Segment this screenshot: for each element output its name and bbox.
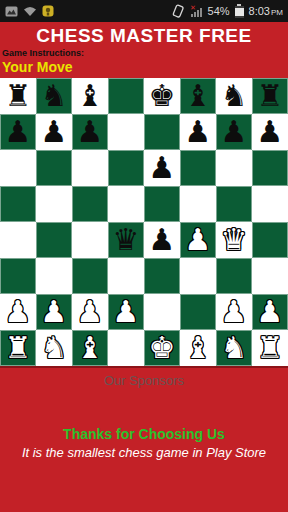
square-e3[interactable] (144, 258, 180, 294)
white-pawn: ♟ (185, 222, 212, 258)
app-header: CHESS MASTER FREE Game Instructions: You… (0, 22, 288, 78)
black-rook: ♜ (5, 78, 32, 114)
square-a8[interactable]: ♜ (0, 78, 36, 114)
square-a6[interactable] (0, 150, 36, 186)
wifi-icon (23, 6, 37, 17)
square-d4[interactable]: ♛ (108, 222, 144, 258)
square-h1[interactable]: ♜ (252, 330, 288, 366)
square-e2[interactable] (144, 294, 180, 330)
square-b8[interactable]: ♞ (36, 78, 72, 114)
square-b7[interactable]: ♟ (36, 114, 72, 150)
white-pawn: ♟ (113, 294, 140, 330)
footer: Our Sponsors Thanks for Choosing Us It i… (0, 366, 288, 512)
square-d1[interactable] (108, 330, 144, 366)
square-d8[interactable] (108, 78, 144, 114)
square-h3[interactable] (252, 258, 288, 294)
black-pawn: ♟ (257, 114, 284, 150)
gallery-icon (5, 6, 18, 17)
black-pawn: ♟ (149, 150, 176, 186)
yellow-app-icon (42, 5, 54, 17)
square-h4[interactable] (252, 222, 288, 258)
white-rook: ♜ (5, 330, 32, 366)
black-king: ♚ (149, 78, 176, 114)
square-d5[interactable] (108, 186, 144, 222)
square-c8[interactable]: ♝ (72, 78, 108, 114)
square-a5[interactable] (0, 186, 36, 222)
square-g2[interactable]: ♟ (216, 294, 252, 330)
black-pawn: ♟ (41, 114, 68, 150)
white-king: ♚ (149, 330, 176, 366)
status-bar: ✕ 54% 8:03PM (0, 0, 288, 22)
battery-icon (235, 4, 244, 18)
square-c6[interactable] (72, 150, 108, 186)
square-e8[interactable]: ♚ (144, 78, 180, 114)
rotate-phone-icon (170, 4, 185, 19)
square-f1[interactable]: ♝ (180, 330, 216, 366)
app-title: CHESS MASTER FREE (0, 25, 288, 47)
signal-no-service-icon: ✕ (190, 4, 203, 18)
black-pawn: ♟ (149, 222, 176, 258)
white-knight: ♞ (221, 330, 248, 366)
chess-board: ♜♞♝♚♝♞♜♟♟♟♟♟♟♟♛♟♟♛♟♟♟♟♟♟♜♞♝♚♝♞♜ (0, 78, 288, 366)
tagline-message: It is the smallest chess game in Play St… (22, 445, 266, 460)
square-c7[interactable]: ♟ (72, 114, 108, 150)
svg-text:✕: ✕ (190, 4, 196, 12)
square-d2[interactable]: ♟ (108, 294, 144, 330)
black-pawn: ♟ (77, 114, 104, 150)
black-pawn: ♟ (185, 114, 212, 150)
square-a4[interactable] (0, 222, 36, 258)
square-h2[interactable]: ♟ (252, 294, 288, 330)
black-pawn: ♟ (5, 114, 32, 150)
square-c4[interactable] (72, 222, 108, 258)
game-instructions-label: Game Instructions: (0, 47, 288, 59)
white-knight: ♞ (41, 330, 68, 366)
sponsors-label: Our Sponsors (104, 373, 184, 388)
square-f4[interactable]: ♟ (180, 222, 216, 258)
square-g8[interactable]: ♞ (216, 78, 252, 114)
thanks-message: Thanks for Choosing Us (63, 426, 225, 442)
square-e4[interactable]: ♟ (144, 222, 180, 258)
square-f6[interactable] (180, 150, 216, 186)
square-e7[interactable] (144, 114, 180, 150)
white-pawn: ♟ (221, 294, 248, 330)
square-h6[interactable] (252, 150, 288, 186)
square-c2[interactable]: ♟ (72, 294, 108, 330)
square-c3[interactable] (72, 258, 108, 294)
square-b5[interactable] (36, 186, 72, 222)
square-b1[interactable]: ♞ (36, 330, 72, 366)
black-bishop: ♝ (185, 78, 212, 114)
square-f8[interactable]: ♝ (180, 78, 216, 114)
black-queen: ♛ (113, 222, 140, 258)
square-b4[interactable] (36, 222, 72, 258)
square-g3[interactable] (216, 258, 252, 294)
square-a7[interactable]: ♟ (0, 114, 36, 150)
square-b3[interactable] (36, 258, 72, 294)
black-rook: ♜ (257, 78, 284, 114)
square-f2[interactable] (180, 294, 216, 330)
square-g1[interactable]: ♞ (216, 330, 252, 366)
square-h5[interactable] (252, 186, 288, 222)
square-b2[interactable]: ♟ (36, 294, 72, 330)
battery-percent: 54% (208, 5, 230, 17)
square-c1[interactable]: ♝ (72, 330, 108, 366)
white-pawn: ♟ (77, 294, 104, 330)
square-a3[interactable] (0, 258, 36, 294)
square-d3[interactable] (108, 258, 144, 294)
square-g7[interactable]: ♟ (216, 114, 252, 150)
square-e1[interactable]: ♚ (144, 330, 180, 366)
square-c5[interactable] (72, 186, 108, 222)
white-pawn: ♟ (5, 294, 32, 330)
square-b6[interactable] (36, 150, 72, 186)
white-pawn: ♟ (257, 294, 284, 330)
square-h8[interactable]: ♜ (252, 78, 288, 114)
square-g4[interactable]: ♛ (216, 222, 252, 258)
square-a2[interactable]: ♟ (0, 294, 36, 330)
clock: 8:03PM (249, 5, 283, 17)
square-h7[interactable]: ♟ (252, 114, 288, 150)
white-bishop: ♝ (185, 330, 212, 366)
square-a1[interactable]: ♜ (0, 330, 36, 366)
black-bishop: ♝ (77, 78, 104, 114)
square-d7[interactable] (108, 114, 144, 150)
white-pawn: ♟ (41, 294, 68, 330)
square-e6[interactable]: ♟ (144, 150, 180, 186)
phone-screen: ✕ 54% 8:03PM CHESS MASTER FREE Game Inst… (0, 0, 288, 512)
white-rook: ♜ (257, 330, 284, 366)
square-d6[interactable] (108, 150, 144, 186)
square-e5[interactable] (144, 186, 180, 222)
black-knight: ♞ (221, 78, 248, 114)
turn-indicator: Your Move (0, 59, 288, 75)
square-f5[interactable] (180, 186, 216, 222)
square-g6[interactable] (216, 150, 252, 186)
board-bottom-edge (0, 366, 288, 368)
black-knight: ♞ (41, 78, 68, 114)
black-pawn: ♟ (221, 114, 248, 150)
white-queen: ♛ (221, 222, 248, 258)
square-f7[interactable]: ♟ (180, 114, 216, 150)
square-f3[interactable] (180, 258, 216, 294)
square-g5[interactable] (216, 186, 252, 222)
white-bishop: ♝ (77, 330, 104, 366)
